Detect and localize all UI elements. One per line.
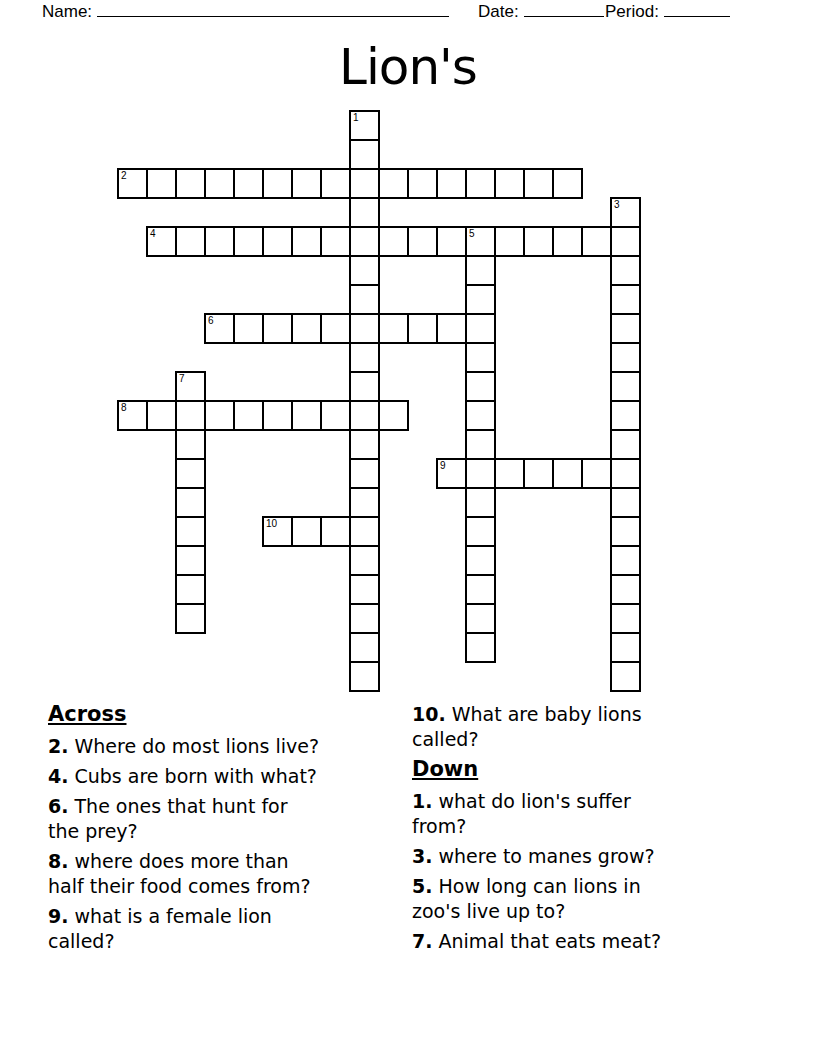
grid-cell-r4c12[interactable]: 5 [465, 226, 496, 257]
grid-cell-r2c14[interactable] [523, 168, 554, 199]
grid-cell-r12c12[interactable] [465, 458, 496, 489]
grid-cell-r6c12[interactable] [465, 284, 496, 315]
grid-cell-r11c17[interactable] [610, 429, 641, 460]
grid-cell-r4c14[interactable] [523, 226, 554, 257]
grid-cell-r12c2[interactable] [175, 458, 206, 489]
grid-cell-r4c17[interactable] [610, 226, 641, 257]
grid-cell-r2c1[interactable] [146, 168, 177, 199]
grid-cell-r8c12[interactable] [465, 342, 496, 373]
clue-number-5: 5 [469, 228, 475, 239]
name-blank-line[interactable] [97, 2, 449, 17]
grid-cell-r9c17[interactable] [610, 371, 641, 402]
clue-across-10: 10. What are baby lionscalled? [412, 702, 744, 752]
date-blank-line[interactable] [524, 2, 604, 17]
grid-cell-r17c12[interactable] [465, 603, 496, 634]
grid-cell-r2c9[interactable] [378, 168, 409, 199]
grid-cell-r7c7[interactable] [320, 313, 351, 344]
grid-cell-r2c5[interactable] [262, 168, 293, 199]
grid-cell-r18c12[interactable] [465, 632, 496, 663]
clue-number-label: 4. [48, 765, 68, 787]
grid-cell-r0c8[interactable]: 1 [349, 110, 380, 141]
grid-cell-r7c17[interactable] [610, 313, 641, 344]
clue-number-7: 7 [179, 373, 185, 384]
grid-cell-r2c12[interactable] [465, 168, 496, 199]
clue-number-label: 8. [48, 850, 68, 872]
clue-down-5: 5. How long can lions inzoo's live up to… [412, 874, 744, 924]
clue-across-2: 2. Where do most lions live? [48, 734, 380, 759]
grid-cell-r1c8[interactable] [349, 139, 380, 170]
grid-cell-r12c16[interactable] [581, 458, 612, 489]
grid-cell-r12c13[interactable] [494, 458, 525, 489]
clue-down-7: 7. Animal that eats meat? [412, 929, 744, 954]
grid-cell-r2c4[interactable] [233, 168, 264, 199]
grid-cell-r4c6[interactable] [291, 226, 322, 257]
clue-number-9: 9 [440, 460, 446, 471]
grid-cell-r2c13[interactable] [494, 168, 525, 199]
grid-cell-r16c8[interactable] [349, 574, 380, 605]
grid-cell-r8c17[interactable] [610, 342, 641, 373]
clues-right-column: 10. What are baby lionscalled?Down1. wha… [412, 702, 744, 959]
grid-cell-r10c6[interactable] [291, 400, 322, 431]
name-label: Name: [42, 2, 92, 21]
grid-cell-r2c11[interactable] [436, 168, 467, 199]
grid-cell-r2c15[interactable] [552, 168, 583, 199]
grid-cell-r10c5[interactable] [262, 400, 293, 431]
worksheet-page: { "game": "crossword", "title": "Lion's"… [0, 0, 816, 1056]
grid-cell-r9c8[interactable] [349, 371, 380, 402]
clue-number-label: 7. [412, 930, 432, 952]
clue-across-6: 6. The ones that hunt forthe prey? [48, 794, 380, 844]
grid-cell-r7c4[interactable] [233, 313, 264, 344]
grid-cell-r14c8[interactable] [349, 516, 380, 547]
grid-cell-r15c12[interactable] [465, 545, 496, 576]
grid-cell-r12c15[interactable] [552, 458, 583, 489]
grid-cell-r2c6[interactable] [291, 168, 322, 199]
across-header: Across [48, 702, 380, 727]
grid-cell-r14c5[interactable]: 10 [262, 516, 293, 547]
grid-cell-r13c2[interactable] [175, 487, 206, 518]
grid-cell-r4c16[interactable] [581, 226, 612, 257]
grid-cell-r8c8[interactable] [349, 342, 380, 373]
grid-cell-r17c17[interactable] [610, 603, 641, 634]
grid-cell-r2c7[interactable] [320, 168, 351, 199]
grid-cell-r10c2[interactable] [175, 400, 206, 431]
grid-cell-r4c9[interactable] [378, 226, 409, 257]
grid-cell-r14c12[interactable] [465, 516, 496, 547]
grid-cell-r4c2[interactable] [175, 226, 206, 257]
grid-cell-r9c12[interactable] [465, 371, 496, 402]
grid-cell-r7c8[interactable] [349, 313, 380, 344]
grid-cell-r4c8[interactable] [349, 226, 380, 257]
date-label: Date: [478, 2, 519, 21]
grid-cell-r10c1[interactable] [146, 400, 177, 431]
clue-number-label: 3. [412, 845, 432, 867]
grid-cell-r4c13[interactable] [494, 226, 525, 257]
grid-cell-r14c7[interactable] [320, 516, 351, 547]
grid-cell-r7c5[interactable] [262, 313, 293, 344]
grid-cell-r15c2[interactable] [175, 545, 206, 576]
grid-cell-r16c2[interactable] [175, 574, 206, 605]
grid-cell-r4c15[interactable] [552, 226, 583, 257]
clue-number-label: 6. [48, 795, 68, 817]
grid-cell-r13c12[interactable] [465, 487, 496, 518]
grid-cell-r15c17[interactable] [610, 545, 641, 576]
grid-cell-r4c5[interactable] [262, 226, 293, 257]
grid-cell-r11c12[interactable] [465, 429, 496, 460]
grid-cell-r5c8[interactable] [349, 255, 380, 286]
grid-cell-r2c10[interactable] [407, 168, 438, 199]
period-blank-line[interactable] [664, 2, 730, 17]
grid-cell-r7c9[interactable] [378, 313, 409, 344]
clue-number-3: 3 [614, 199, 620, 210]
grid-cell-r13c8[interactable] [349, 487, 380, 518]
grid-cell-r12c11[interactable]: 9 [436, 458, 467, 489]
grid-cell-r19c17[interactable] [610, 661, 641, 692]
grid-cell-r7c10[interactable] [407, 313, 438, 344]
grid-cell-r4c3[interactable] [204, 226, 235, 257]
clue-number-10: 10 [266, 518, 277, 529]
grid-cell-r4c7[interactable] [320, 226, 351, 257]
grid-cell-r19c8[interactable] [349, 661, 380, 692]
grid-cell-r4c11[interactable] [436, 226, 467, 257]
grid-cell-r9c2[interactable]: 7 [175, 371, 206, 402]
grid-cell-r2c2[interactable] [175, 168, 206, 199]
grid-cell-r11c8[interactable] [349, 429, 380, 460]
grid-cell-r2c3[interactable] [204, 168, 235, 199]
grid-cell-r10c17[interactable] [610, 400, 641, 431]
grid-cell-r12c8[interactable] [349, 458, 380, 489]
clue-number-4: 4 [150, 228, 156, 239]
clue-number-label: 9. [48, 905, 68, 927]
grid-cell-r4c4[interactable] [233, 226, 264, 257]
clue-number-label: 5. [412, 875, 432, 897]
clue-across-9: 9. what is a female lioncalled? [48, 904, 380, 954]
period-label: Period: [605, 2, 659, 21]
clue-number-1: 1 [353, 112, 359, 123]
grid-cell-r14c2[interactable] [175, 516, 206, 547]
grid-cell-r2c0[interactable]: 2 [117, 168, 148, 199]
clue-number-6: 6 [208, 315, 214, 326]
grid-cell-r16c17[interactable] [610, 574, 641, 605]
period-field: Period: [605, 2, 730, 22]
grid-cell-r16c12[interactable] [465, 574, 496, 605]
clue-number-label: 1. [412, 790, 432, 812]
grid-cell-r14c17[interactable] [610, 516, 641, 547]
grid-cell-r2c8[interactable] [349, 168, 380, 199]
clue-number-2: 2 [121, 170, 127, 181]
grid-cell-r12c14[interactable] [523, 458, 554, 489]
grid-cell-r18c17[interactable] [610, 632, 641, 663]
grid-cell-r17c2[interactable] [175, 603, 206, 634]
down-header: Down [412, 757, 744, 782]
clue-across-8: 8. where does more thanhalf their food c… [48, 849, 380, 899]
puzzle-title: Lion's [0, 42, 816, 92]
clue-number-label: 10. [412, 703, 446, 725]
clue-number-label: 2. [48, 735, 68, 757]
clue-down-3: 3. where to manes grow? [412, 844, 744, 869]
grid-cell-r7c3[interactable]: 6 [204, 313, 235, 344]
grid-cell-r13c17[interactable] [610, 487, 641, 518]
name-field: Name: [42, 2, 449, 22]
grid-cell-r6c8[interactable] [349, 284, 380, 315]
grid-cell-r7c6[interactable] [291, 313, 322, 344]
grid-cell-r17c8[interactable] [349, 603, 380, 634]
date-field: Date: [478, 2, 604, 22]
grid-cell-r11c2[interactable] [175, 429, 206, 460]
grid-cell-r10c12[interactable] [465, 400, 496, 431]
grid-cell-r18c8[interactable] [349, 632, 380, 663]
grid-cell-r12c17[interactable] [610, 458, 641, 489]
grid-cell-r10c7[interactable] [320, 400, 351, 431]
grid-cell-r6c17[interactable] [610, 284, 641, 315]
clue-number-8: 8 [121, 402, 127, 413]
grid-cell-r7c12[interactable] [465, 313, 496, 344]
crossword-grid: 12345678910 [117, 110, 641, 692]
grid-cell-r10c0[interactable]: 8 [117, 400, 148, 431]
grid-cell-r3c17[interactable]: 3 [610, 197, 641, 228]
grid-cell-r5c12[interactable] [465, 255, 496, 286]
grid-cell-r14c6[interactable] [291, 516, 322, 547]
clue-down-1: 1. what do lion's sufferfrom? [412, 789, 744, 839]
grid-cell-r10c8[interactable] [349, 400, 380, 431]
grid-cell-r10c3[interactable] [204, 400, 235, 431]
grid-cell-r10c9[interactable] [378, 400, 409, 431]
grid-cell-r3c8[interactable] [349, 197, 380, 228]
grid-cell-r10c4[interactable] [233, 400, 264, 431]
grid-cell-r15c8[interactable] [349, 545, 380, 576]
grid-cell-r5c17[interactable] [610, 255, 641, 286]
grid-cell-r7c11[interactable] [436, 313, 467, 344]
clues-left-column: Across2. Where do most lions live?4. Cub… [48, 702, 380, 959]
clue-across-4: 4. Cubs are born with what? [48, 764, 380, 789]
grid-cell-r4c1[interactable]: 4 [146, 226, 177, 257]
grid-cell-r4c10[interactable] [407, 226, 438, 257]
